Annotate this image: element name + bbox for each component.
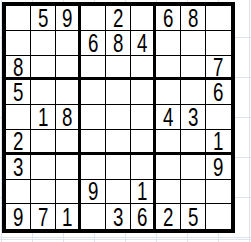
- sudoku-board: 59268684875618432139919713625: [2, 2, 235, 233]
- given-digit: 6: [88, 30, 98, 56]
- given-digit: 6: [137, 204, 147, 230]
- cell-r3c5[interactable]: [106, 56, 131, 81]
- given-digit: 9: [88, 178, 98, 204]
- cell-r1c7[interactable]: 6: [156, 6, 181, 31]
- given-digit: 6: [163, 5, 173, 31]
- cell-r1c2[interactable]: 5: [31, 6, 56, 31]
- cell-r4c9[interactable]: 6: [206, 80, 231, 105]
- cell-r2c6[interactable]: 4: [131, 31, 156, 56]
- given-digit: 8: [13, 54, 23, 80]
- cell-r7c5[interactable]: [106, 155, 131, 180]
- cell-r9c6[interactable]: 6: [131, 204, 156, 229]
- cell-r3c7[interactable]: [156, 56, 181, 81]
- given-digit: 3: [188, 104, 198, 130]
- cell-r8c4[interactable]: 9: [81, 180, 106, 205]
- cell-r6c2[interactable]: [31, 130, 56, 155]
- cell-r9c9[interactable]: [206, 204, 231, 229]
- cell-r2c8[interactable]: [181, 31, 206, 56]
- given-digit: 8: [62, 104, 72, 130]
- cell-r5c7[interactable]: 4: [156, 105, 181, 130]
- given-digit: 2: [13, 128, 23, 154]
- cell-r9c8[interactable]: 5: [181, 204, 206, 229]
- cell-r8c9[interactable]: [206, 180, 231, 205]
- given-digit: 3: [13, 154, 23, 180]
- cell-r9c7[interactable]: 2: [156, 204, 181, 229]
- cell-r2c3[interactable]: [56, 31, 81, 56]
- cell-r6c5[interactable]: [106, 130, 131, 155]
- given-digit: 4: [137, 30, 147, 56]
- cell-r8c2[interactable]: [31, 180, 56, 205]
- given-digit: 7: [213, 54, 223, 80]
- cell-r7c7[interactable]: [156, 155, 181, 180]
- given-digit: 5: [38, 5, 48, 31]
- given-digit: 1: [62, 204, 72, 230]
- given-digit: 1: [137, 178, 147, 204]
- cell-r4c4[interactable]: [81, 80, 106, 105]
- cell-r6c7[interactable]: [156, 130, 181, 155]
- given-digit: 5: [13, 79, 23, 105]
- cell-r7c9[interactable]: 9: [206, 155, 231, 180]
- given-digit: 1: [38, 104, 48, 130]
- cell-r8c7[interactable]: [156, 180, 181, 205]
- cell-r9c2[interactable]: 7: [31, 204, 56, 229]
- given-digit: 9: [13, 204, 23, 230]
- cell-r2c2[interactable]: [31, 31, 56, 56]
- cell-r3c2[interactable]: [31, 56, 56, 81]
- given-digit: 8: [188, 5, 198, 31]
- cell-r6c4[interactable]: [81, 130, 106, 155]
- cell-r1c3[interactable]: 9: [56, 6, 81, 31]
- cell-r1c9[interactable]: [206, 6, 231, 31]
- given-digit: 1: [213, 128, 223, 154]
- given-digit: 8: [113, 30, 123, 56]
- given-digit: 2: [163, 204, 173, 230]
- cell-r7c8[interactable]: [181, 155, 206, 180]
- cell-r5c4[interactable]: [81, 105, 106, 130]
- cell-r3c8[interactable]: [181, 56, 206, 81]
- cell-r4c6[interactable]: [131, 80, 156, 105]
- cell-r8c1[interactable]: [6, 180, 31, 205]
- sheet-background: 59268684875618432139919713625: [0, 0, 251, 242]
- given-digit: 7: [38, 204, 48, 230]
- cell-r3c4[interactable]: [81, 56, 106, 81]
- cell-r4c5[interactable]: [106, 80, 131, 105]
- cell-r7c3[interactable]: [56, 155, 81, 180]
- cell-r8c5[interactable]: [106, 180, 131, 205]
- cell-r1c8[interactable]: 8: [181, 6, 206, 31]
- cell-r8c3[interactable]: [56, 180, 81, 205]
- sudoku-screenshot: { "game": "sudoku", "grid_size": "9x9", …: [0, 0, 251, 242]
- given-digit: 9: [213, 154, 223, 180]
- cell-r5c3[interactable]: 8: [56, 105, 81, 130]
- cell-r8c6[interactable]: 1: [131, 180, 156, 205]
- cell-r2c4[interactable]: 6: [81, 31, 106, 56]
- cell-r3c3[interactable]: [56, 56, 81, 81]
- cell-r1c1[interactable]: [6, 6, 31, 31]
- cell-r6c8[interactable]: [181, 130, 206, 155]
- cell-r5c2[interactable]: 1: [31, 105, 56, 130]
- given-digit: 3: [113, 204, 123, 230]
- cell-r7c2[interactable]: [31, 155, 56, 180]
- cell-r2c5[interactable]: 8: [106, 31, 131, 56]
- cell-r6c3[interactable]: [56, 130, 81, 155]
- given-digit: 4: [163, 104, 173, 130]
- given-digit: 5: [188, 204, 198, 230]
- cell-r9c3[interactable]: 1: [56, 204, 81, 229]
- cell-r9c1[interactable]: 9: [6, 204, 31, 229]
- cell-r8c8[interactable]: [181, 180, 206, 205]
- cell-r5c8[interactable]: 3: [181, 105, 206, 130]
- given-digit: 6: [213, 79, 223, 105]
- cell-r9c4[interactable]: [81, 204, 106, 229]
- cell-r5c6[interactable]: [131, 105, 156, 130]
- cell-r9c5[interactable]: 3: [106, 204, 131, 229]
- cell-r3c6[interactable]: [131, 56, 156, 81]
- cell-r7c1[interactable]: 3: [6, 155, 31, 180]
- cell-r5c5[interactable]: [106, 105, 131, 130]
- cell-r6c6[interactable]: [131, 130, 156, 155]
- cell-r4c1[interactable]: 5: [6, 80, 31, 105]
- given-digit: 9: [62, 5, 72, 31]
- cell-r2c7[interactable]: [156, 31, 181, 56]
